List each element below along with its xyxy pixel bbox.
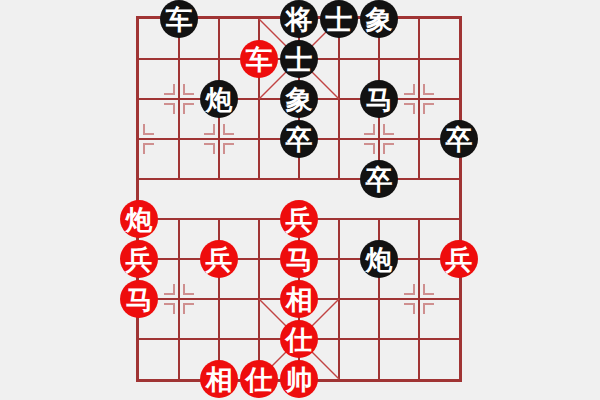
board-point[interactable] — [439, 319, 479, 359]
point-marker — [119, 119, 159, 159]
marker-corner — [223, 143, 234, 154]
board-point[interactable] — [319, 239, 359, 279]
marker-corner — [404, 103, 415, 114]
board-point[interactable] — [239, 159, 279, 199]
point-marker — [399, 79, 439, 119]
board-point[interactable] — [239, 0, 279, 39]
marker-corner — [223, 124, 234, 135]
board-point[interactable] — [439, 39, 479, 79]
piece-black-elephant[interactable]: 象 — [280, 80, 318, 118]
point-marker — [159, 279, 199, 319]
piece-black-advisor[interactable]: 士 — [280, 40, 318, 78]
board-point[interactable] — [319, 79, 359, 119]
board-point[interactable] — [319, 319, 359, 359]
board-point[interactable] — [199, 159, 239, 199]
marker-corner — [383, 143, 394, 154]
board-point[interactable] — [199, 119, 239, 159]
board-point[interactable] — [159, 279, 199, 319]
piece-red-horse[interactable]: 马 — [120, 280, 158, 318]
board-point[interactable]: 相 — [199, 359, 239, 399]
marker-corner — [204, 124, 215, 135]
board-point[interactable]: 兵 — [199, 239, 239, 279]
board-point[interactable] — [399, 239, 439, 279]
piece-black-general[interactable]: 将 — [280, 0, 318, 38]
marker-corner — [364, 124, 375, 135]
xiangqi-board-screenshot: 车将士象车士炮象马卒卒卒炮兵兵兵马炮兵马相仕相仕帅 — [0, 0, 600, 400]
piece-red-cannon[interactable]: 炮 — [120, 200, 158, 238]
piece-red-soldier[interactable]: 兵 — [200, 240, 238, 278]
board-point[interactable] — [439, 359, 479, 399]
marker-corner — [404, 303, 415, 314]
board-point[interactable] — [119, 119, 159, 159]
board-point[interactable] — [159, 359, 199, 399]
piece-red-soldier[interactable]: 兵 — [120, 240, 158, 278]
piece-red-horse[interactable]: 马 — [280, 240, 318, 278]
board-point[interactable] — [399, 79, 439, 119]
board-point[interactable] — [199, 0, 239, 39]
board-point[interactable] — [199, 279, 239, 319]
marker-corner — [164, 84, 175, 95]
board-point[interactable] — [319, 119, 359, 159]
marker-corner — [204, 143, 215, 154]
board-point[interactable] — [319, 199, 359, 239]
board-point[interactable]: 象 — [279, 79, 319, 119]
board-point[interactable] — [199, 199, 239, 239]
piece-red-advisor[interactable]: 仕 — [240, 360, 278, 398]
board-point[interactable] — [319, 359, 359, 399]
board-point[interactable]: 车 — [159, 0, 199, 39]
board-point[interactable] — [159, 319, 199, 359]
piece-red-elephant[interactable]: 相 — [280, 280, 318, 318]
piece-black-soldier[interactable]: 卒 — [280, 120, 318, 158]
marker-corner — [143, 143, 154, 154]
board-point[interactable] — [119, 0, 159, 39]
board-point[interactable]: 炮 — [359, 239, 399, 279]
piece-black-soldier[interactable]: 卒 — [360, 160, 398, 198]
marker-corner — [364, 143, 375, 154]
board-point[interactable] — [279, 159, 319, 199]
board-point[interactable]: 仕 — [239, 359, 279, 399]
marker-corner — [183, 284, 194, 295]
marker-corner — [423, 303, 434, 314]
marker-corner — [423, 284, 434, 295]
piece-red-soldier[interactable]: 兵 — [280, 200, 318, 238]
board-point[interactable] — [439, 79, 479, 119]
piece-red-general[interactable]: 帅 — [280, 360, 318, 398]
board-point[interactable]: 士 — [319, 0, 359, 39]
marker-corner — [383, 124, 394, 135]
board-point[interactable] — [159, 119, 199, 159]
board-point[interactable] — [319, 39, 359, 79]
piece-red-advisor[interactable]: 仕 — [280, 320, 318, 358]
board-point[interactable] — [199, 39, 239, 79]
board-point[interactable] — [439, 279, 479, 319]
board-point[interactable] — [439, 0, 479, 39]
board-point[interactable]: 马 — [119, 279, 159, 319]
board-point[interactable]: 车 — [239, 39, 279, 79]
marker-corner — [423, 84, 434, 95]
board-point[interactable] — [119, 79, 159, 119]
point-marker — [159, 79, 199, 119]
marker-corner — [404, 84, 415, 95]
marker-corner — [404, 284, 415, 295]
board-point[interactable] — [439, 159, 479, 199]
piece-black-advisor[interactable]: 士 — [320, 0, 358, 38]
board-point[interactable] — [359, 279, 399, 319]
piece-red-soldier[interactable]: 兵 — [440, 240, 478, 278]
point-marker — [199, 119, 239, 159]
board-point[interactable] — [359, 39, 399, 79]
board-point[interactable]: 炮 — [199, 79, 239, 119]
piece-red-elephant[interactable]: 相 — [200, 360, 238, 398]
board-point[interactable]: 炮 — [119, 199, 159, 239]
board-point[interactable] — [239, 239, 279, 279]
board-point[interactable] — [239, 319, 279, 359]
board-point[interactable] — [359, 199, 399, 239]
board-grid: 车将士象车士炮象马卒卒卒炮兵兵兵马炮兵马相仕相仕帅 — [119, 0, 479, 399]
marker-corner — [143, 124, 154, 135]
board-point[interactable] — [239, 199, 279, 239]
board-point[interactable] — [239, 119, 279, 159]
board-point[interactable] — [399, 319, 439, 359]
board-point[interactable]: 卒 — [359, 159, 399, 199]
piece-black-cannon[interactable]: 炮 — [200, 80, 238, 118]
board-point[interactable]: 卒 — [279, 119, 319, 159]
marker-corner — [164, 303, 175, 314]
piece-black-chariot[interactable]: 车 — [160, 0, 198, 38]
board-point[interactable] — [199, 319, 239, 359]
marker-corner — [183, 103, 194, 114]
board-point[interactable] — [239, 79, 279, 119]
board-point[interactable] — [119, 319, 159, 359]
board-point[interactable] — [159, 39, 199, 79]
board-point[interactable] — [159, 199, 199, 239]
board-point[interactable] — [399, 0, 439, 39]
board-point[interactable] — [159, 159, 199, 199]
board-point[interactable]: 兵 — [279, 199, 319, 239]
piece-black-horse[interactable]: 马 — [360, 80, 398, 118]
board-point[interactable] — [399, 39, 439, 79]
board-point[interactable] — [359, 119, 399, 159]
board-point[interactable] — [359, 319, 399, 359]
board-point[interactable]: 马 — [279, 239, 319, 279]
piece-red-chariot[interactable]: 车 — [240, 40, 278, 78]
board-point[interactable]: 马 — [359, 79, 399, 119]
board-point[interactable] — [319, 279, 359, 319]
marker-corner — [164, 284, 175, 295]
board-point[interactable] — [399, 359, 439, 399]
piece-black-soldier[interactable]: 卒 — [440, 120, 478, 158]
board-point[interactable] — [359, 359, 399, 399]
marker-corner — [183, 303, 194, 314]
board-point[interactable] — [119, 159, 159, 199]
board-point[interactable]: 相 — [279, 279, 319, 319]
marker-corner — [423, 103, 434, 114]
piece-black-cannon[interactable]: 炮 — [360, 240, 398, 278]
board-point[interactable] — [439, 199, 479, 239]
board-point[interactable] — [399, 159, 439, 199]
board-point[interactable] — [399, 119, 439, 159]
board-point[interactable]: 士 — [279, 39, 319, 79]
board-point[interactable]: 卒 — [439, 119, 479, 159]
board-point[interactable]: 帅 — [279, 359, 319, 399]
board-point[interactable]: 象 — [359, 0, 399, 39]
marker-corner — [164, 103, 175, 114]
board-point[interactable]: 兵 — [439, 239, 479, 279]
point-marker — [399, 279, 439, 319]
board-point[interactable]: 仕 — [279, 319, 319, 359]
marker-corner — [183, 84, 194, 95]
piece-black-elephant[interactable]: 象 — [360, 0, 398, 38]
board-point[interactable] — [159, 79, 199, 119]
board-point[interactable] — [399, 199, 439, 239]
board-point[interactable] — [119, 359, 159, 399]
board-point[interactable] — [399, 279, 439, 319]
board-point[interactable] — [319, 159, 359, 199]
board-point[interactable]: 兵 — [119, 239, 159, 279]
board-point[interactable] — [159, 239, 199, 279]
board-point[interactable] — [239, 279, 279, 319]
point-marker — [359, 119, 399, 159]
board-point[interactable] — [119, 39, 159, 79]
board-point[interactable]: 将 — [279, 0, 319, 39]
